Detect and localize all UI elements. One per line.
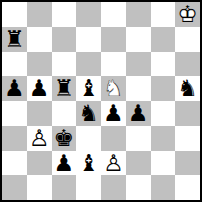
square-e1[interactable] (101, 175, 126, 200)
square-e8[interactable] (101, 2, 126, 27)
square-g5[interactable] (151, 76, 176, 101)
white-pawn-fill: ♟ (27, 126, 52, 151)
square-f1[interactable] (126, 175, 151, 200)
square-a4[interactable] (2, 101, 27, 126)
square-c5[interactable]: ♜ (52, 76, 77, 101)
square-c8[interactable] (52, 2, 77, 27)
square-g8[interactable] (151, 2, 176, 27)
square-b3[interactable]: ♟♙ (27, 126, 52, 151)
square-a6[interactable] (2, 52, 27, 77)
square-a7[interactable]: ♜ (2, 27, 27, 52)
square-b7[interactable] (27, 27, 52, 52)
square-d1[interactable] (76, 175, 101, 200)
white-pawn-fill: ♟ (101, 151, 126, 176)
square-b6[interactable] (27, 52, 52, 77)
square-h8[interactable]: ♚♔ (175, 2, 200, 27)
square-f7[interactable] (126, 27, 151, 52)
square-a1[interactable] (2, 175, 27, 200)
chess-diagram: ♚♔♜♟♟♜♝♞♘♞♞♟♟♟♙♚♟♝♟♙ (0, 0, 202, 202)
square-c7[interactable] (52, 27, 77, 52)
square-d6[interactable] (76, 52, 101, 77)
square-d7[interactable] (76, 27, 101, 52)
black-rook-a7: ♜ (2, 27, 27, 52)
square-f2[interactable] (126, 151, 151, 176)
black-pawn-f4: ♟ (126, 101, 151, 126)
square-h1[interactable] (175, 175, 200, 200)
square-b4[interactable] (27, 101, 52, 126)
square-d5[interactable]: ♝ (76, 76, 101, 101)
chess-board: ♚♔♜♟♟♜♝♞♘♞♞♟♟♟♙♚♟♝♟♙ (0, 0, 202, 202)
square-c4[interactable] (52, 101, 77, 126)
square-a8[interactable] (2, 2, 27, 27)
black-king-c3: ♚ (52, 126, 77, 151)
square-h5[interactable]: ♞ (175, 76, 200, 101)
black-pawn-e4: ♟ (101, 101, 126, 126)
square-d4[interactable]: ♞ (76, 101, 101, 126)
black-pawn-b5: ♟ (27, 76, 52, 101)
square-d8[interactable] (76, 2, 101, 27)
square-e4[interactable]: ♟ (101, 101, 126, 126)
square-a5[interactable]: ♟ (2, 76, 27, 101)
square-e3[interactable] (101, 126, 126, 151)
square-b1[interactable] (27, 175, 52, 200)
square-c2[interactable]: ♟ (52, 151, 77, 176)
square-e6[interactable] (101, 52, 126, 77)
square-g7[interactable] (151, 27, 176, 52)
white-king-h8: ♔ (175, 2, 200, 27)
square-g6[interactable] (151, 52, 176, 77)
white-knight-e5: ♘ (101, 76, 126, 101)
white-king-fill: ♚ (175, 2, 200, 27)
square-c1[interactable] (52, 175, 77, 200)
square-h3[interactable] (175, 126, 200, 151)
square-h6[interactable] (175, 52, 200, 77)
square-g1[interactable] (151, 175, 176, 200)
square-g4[interactable] (151, 101, 176, 126)
square-b2[interactable] (27, 151, 52, 176)
white-knight-fill: ♞ (101, 76, 126, 101)
white-pawn-b3: ♙ (27, 126, 52, 151)
black-pawn-a5: ♟ (2, 76, 27, 101)
square-e7[interactable] (101, 27, 126, 52)
square-d2[interactable]: ♝ (76, 151, 101, 176)
white-pawn-e2: ♙ (101, 151, 126, 176)
black-knight-h5: ♞ (175, 76, 200, 101)
black-knight-d4: ♞ (76, 101, 101, 126)
square-f5[interactable] (126, 76, 151, 101)
square-f6[interactable] (126, 52, 151, 77)
square-h7[interactable] (175, 27, 200, 52)
black-rook-c5: ♜ (52, 76, 77, 101)
square-b5[interactable]: ♟ (27, 76, 52, 101)
square-c3[interactable]: ♚ (52, 126, 77, 151)
square-f8[interactable] (126, 2, 151, 27)
square-g2[interactable] (151, 151, 176, 176)
square-f3[interactable] (126, 126, 151, 151)
square-e5[interactable]: ♞♘ (101, 76, 126, 101)
square-h4[interactable] (175, 101, 200, 126)
square-b8[interactable] (27, 2, 52, 27)
square-c6[interactable] (52, 52, 77, 77)
square-a3[interactable] (2, 126, 27, 151)
square-d3[interactable] (76, 126, 101, 151)
square-f4[interactable]: ♟ (126, 101, 151, 126)
square-g3[interactable] (151, 126, 176, 151)
black-bishop-d5: ♝ (76, 76, 101, 101)
square-a2[interactable] (2, 151, 27, 176)
square-h2[interactable] (175, 151, 200, 176)
black-pawn-c2: ♟ (52, 151, 77, 176)
black-bishop-d2: ♝ (76, 151, 101, 176)
square-e2[interactable]: ♟♙ (101, 151, 126, 176)
